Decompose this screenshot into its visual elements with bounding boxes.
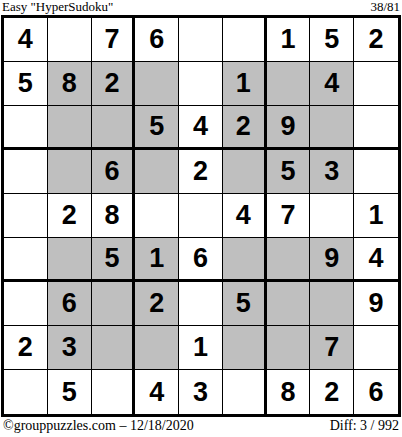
cell-r5c4[interactable] [135, 194, 179, 238]
cell-r3c7[interactable]: 9 [267, 106, 311, 150]
cell-r4c1[interactable] [4, 150, 48, 194]
puzzle-page: Easy "HyperSudoku" 38/81 476152582145429… [0, 0, 402, 437]
cell-r9c8[interactable]: 2 [310, 370, 354, 414]
cell-r7c3[interactable] [92, 282, 136, 326]
sudoku-board: 4761525821454296253284715169462592317543… [1, 15, 401, 417]
cell-r6c9[interactable]: 4 [354, 238, 398, 282]
cell-r8c7[interactable] [267, 326, 311, 370]
cells-remaining-counter: 38/81 [370, 0, 400, 14]
cell-r9c6[interactable] [223, 370, 267, 414]
cell-r3c8[interactable] [310, 106, 354, 150]
cell-r3c3[interactable] [92, 106, 136, 150]
cell-r3c6[interactable]: 2 [223, 106, 267, 150]
cell-r6c1[interactable] [4, 238, 48, 282]
cell-r4c6[interactable] [223, 150, 267, 194]
cell-r4c4[interactable] [135, 150, 179, 194]
cell-r9c2[interactable]: 5 [48, 370, 92, 414]
cell-r3c1[interactable] [4, 106, 48, 150]
cell-r6c5[interactable]: 6 [179, 238, 223, 282]
cell-r2c6[interactable]: 1 [223, 62, 267, 106]
cell-r6c2[interactable] [48, 238, 92, 282]
cell-r8c5[interactable]: 1 [179, 326, 223, 370]
cell-r5c5[interactable] [179, 194, 223, 238]
cell-r7c4[interactable]: 2 [135, 282, 179, 326]
cell-r1c3[interactable]: 7 [92, 18, 136, 62]
cell-r4c7[interactable]: 5 [267, 150, 311, 194]
cell-r1c1[interactable]: 4 [4, 18, 48, 62]
cell-r6c3[interactable]: 5 [92, 238, 136, 282]
cell-r7c7[interactable] [267, 282, 311, 326]
cell-r5c6[interactable]: 4 [223, 194, 267, 238]
footer: ©grouppuzzles.com – 12/18/2020 Diff: 3 /… [0, 417, 402, 437]
difficulty-text: Diff: 3 / 992 [330, 418, 399, 434]
cell-r6c7[interactable] [267, 238, 311, 282]
cell-r6c6[interactable] [223, 238, 267, 282]
cell-r2c4[interactable] [135, 62, 179, 106]
cell-r8c1[interactable]: 2 [4, 326, 48, 370]
cell-r9c4[interactable]: 4 [135, 370, 179, 414]
cell-r7c5[interactable] [179, 282, 223, 326]
cell-r4c5[interactable]: 2 [179, 150, 223, 194]
cell-r1c4[interactable]: 6 [135, 18, 179, 62]
cell-r4c3[interactable]: 6 [92, 150, 136, 194]
cell-r4c9[interactable] [354, 150, 398, 194]
cell-r9c9[interactable]: 6 [354, 370, 398, 414]
cell-r5c9[interactable]: 1 [354, 194, 398, 238]
cell-r2c3[interactable]: 2 [92, 62, 136, 106]
cell-r9c3[interactable] [92, 370, 136, 414]
cell-r2c5[interactable] [179, 62, 223, 106]
cell-r8c8[interactable]: 7 [310, 326, 354, 370]
copyright-text: ©grouppuzzles.com – 12/18/2020 [3, 418, 194, 434]
cell-r8c4[interactable] [135, 326, 179, 370]
cell-r8c3[interactable] [92, 326, 136, 370]
cell-r3c5[interactable]: 4 [179, 106, 223, 150]
cell-r7c9[interactable]: 9 [354, 282, 398, 326]
cell-r3c4[interactable]: 5 [135, 106, 179, 150]
cell-r2c1[interactable]: 5 [4, 62, 48, 106]
cell-r9c1[interactable] [4, 370, 48, 414]
cell-r9c5[interactable]: 3 [179, 370, 223, 414]
cell-r9c7[interactable]: 8 [267, 370, 311, 414]
cell-r6c8[interactable]: 9 [310, 238, 354, 282]
cell-r7c6[interactable]: 5 [223, 282, 267, 326]
cell-r5c8[interactable] [310, 194, 354, 238]
cell-r3c2[interactable] [48, 106, 92, 150]
cell-r7c1[interactable] [4, 282, 48, 326]
cell-r3c9[interactable] [354, 106, 398, 150]
cell-r8c6[interactable] [223, 326, 267, 370]
cell-r8c9[interactable] [354, 326, 398, 370]
cell-r8c2[interactable]: 3 [48, 326, 92, 370]
cell-r2c9[interactable] [354, 62, 398, 106]
cell-r7c8[interactable] [310, 282, 354, 326]
cell-r2c2[interactable]: 8 [48, 62, 92, 106]
cell-r1c9[interactable]: 2 [354, 18, 398, 62]
cell-r5c1[interactable] [4, 194, 48, 238]
cell-r5c3[interactable]: 8 [92, 194, 136, 238]
cell-r2c8[interactable]: 4 [310, 62, 354, 106]
cell-r2c7[interactable] [267, 62, 311, 106]
cell-r5c7[interactable]: 7 [267, 194, 311, 238]
cell-r7c2[interactable]: 6 [48, 282, 92, 326]
cell-r4c2[interactable] [48, 150, 92, 194]
cell-r5c2[interactable]: 2 [48, 194, 92, 238]
cell-r6c4[interactable]: 1 [135, 238, 179, 282]
cell-r1c5[interactable] [179, 18, 223, 62]
cell-r1c2[interactable] [48, 18, 92, 62]
cell-r1c8[interactable]: 5 [310, 18, 354, 62]
header: Easy "HyperSudoku" 38/81 [0, 0, 402, 15]
cell-r1c6[interactable] [223, 18, 267, 62]
puzzle-title: Easy "HyperSudoku" [2, 0, 113, 14]
cell-r4c8[interactable]: 3 [310, 150, 354, 194]
cell-r1c7[interactable]: 1 [267, 18, 311, 62]
